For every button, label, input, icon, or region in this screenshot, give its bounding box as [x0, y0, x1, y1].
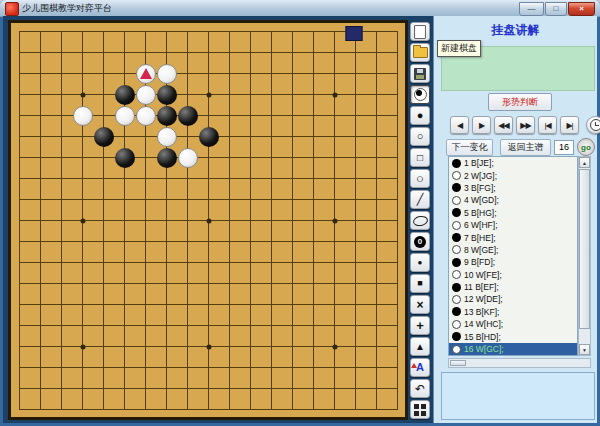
black-stone: [157, 85, 177, 105]
star-point: [332, 92, 337, 97]
move-list-item[interactable]: 5 B[HG];: [449, 207, 577, 219]
next-move-button[interactable]: ▶: [472, 116, 491, 134]
move-label: 9 B[FD];: [464, 257, 495, 267]
letter-a-icon: A: [416, 362, 424, 373]
circle-outline-icon: ○: [416, 172, 424, 185]
star-point: [206, 92, 211, 97]
white-stone-icon: [452, 171, 461, 180]
black-stone-tool[interactable]: ●: [410, 106, 430, 125]
black-stone-icon: [452, 233, 461, 242]
triangle-marker-tool[interactable]: ▲: [410, 337, 430, 356]
black-stone-icon: ●: [417, 110, 424, 121]
white-stone-icon: [452, 270, 461, 279]
circle-marker-tool[interactable]: ○: [410, 169, 430, 188]
new-board-button[interactable]: [410, 22, 430, 41]
horizontal-scroll-thumb[interactable]: [450, 360, 466, 366]
move-list-item[interactable]: 10 W[FE];: [449, 269, 577, 281]
vertical-scroll-thumb[interactable]: [579, 169, 590, 329]
variation-row: 下一变化 返回主谱 go: [446, 138, 595, 156]
move-label: 5 B[HG];: [464, 208, 497, 218]
prev-move-button[interactable]: ◀: [450, 116, 469, 134]
ellipse-tool[interactable]: [410, 211, 430, 230]
open-folder-icon: [413, 47, 428, 58]
move-label: 14 W[HC];: [464, 319, 503, 329]
scroll-up-arrow[interactable]: ▲: [579, 157, 590, 168]
black-stone: [178, 106, 198, 126]
timer-button[interactable]: [586, 116, 600, 134]
white-stone-icon: ○: [417, 131, 424, 142]
fast-back-button[interactable]: ◀◀: [494, 116, 513, 134]
move-label: 16 W[GC];: [464, 344, 504, 354]
cross-marker-tool[interactable]: ×: [410, 295, 430, 314]
white-stone: [73, 106, 93, 126]
move-label: 11 B[EF];: [464, 282, 499, 292]
white-stone: [178, 148, 198, 168]
white-stone-icon: [452, 221, 461, 230]
first-move-button[interactable]: |◀: [538, 116, 557, 134]
move-label: 8 W[GE];: [464, 245, 498, 255]
undo-arrow-icon: ↶: [415, 383, 425, 395]
next-variation-button[interactable]: 下一变化: [446, 139, 493, 156]
move-label: 3 B[FG];: [464, 183, 496, 193]
white-stone: [136, 64, 156, 84]
side-toolbar: ●○□○╱0●■×+▲A↶: [406, 22, 434, 419]
move-list-item[interactable]: 16 W[GC];: [449, 343, 577, 355]
line-tool[interactable]: ╱: [410, 190, 430, 209]
white-stone: [157, 127, 177, 147]
navigation-buttons: ◀▶◀◀▶▶|◀▶|: [450, 116, 600, 134]
move-list-item[interactable]: 12 W[DE];: [449, 293, 577, 305]
black-stone: [115, 148, 135, 168]
move-label: 4 W[GD];: [464, 195, 499, 205]
move-number-tool[interactable]: 0: [410, 232, 430, 251]
move-list-item[interactable]: 3 B[FG];: [449, 182, 577, 194]
white-stone-tool[interactable]: ○: [410, 127, 430, 146]
right-panel: 挂盘讲解 形势判断 ◀▶◀◀▶▶|◀▶| 下一变化 返回主谱 go 1 B[JE…: [433, 16, 597, 423]
star-point: [206, 344, 211, 349]
move-label: 10 W[FE];: [464, 270, 502, 280]
white-stone: [136, 85, 156, 105]
white-stone-icon: [452, 196, 461, 205]
board-zoom-button[interactable]: [410, 400, 430, 419]
white-stone: [136, 106, 156, 126]
four-squares-icon: [414, 404, 426, 416]
black-stone-icon: [452, 208, 461, 217]
star-point: [80, 218, 85, 223]
white-stone-icon: [452, 320, 461, 329]
move-number-input[interactable]: [554, 140, 574, 155]
vertical-scrollbar[interactable]: ▲ ▼: [578, 156, 591, 356]
panel-title: 挂盘讲解: [434, 22, 597, 39]
return-main-line-button[interactable]: 返回主谱: [500, 139, 551, 156]
rect-marker-tool[interactable]: □: [410, 148, 430, 167]
fast-forward-button[interactable]: ▶▶: [516, 116, 535, 134]
move-label: 13 B[KF];: [464, 307, 499, 317]
floppy-icon: [414, 68, 426, 80]
last-move-triangle-marker: [140, 68, 152, 79]
filled-square-icon: ■: [417, 279, 422, 288]
black-stone-icon: [452, 258, 461, 267]
move-list: 1 B[JE];2 W[JG];3 B[FG];4 W[GD];5 B[HG];…: [448, 156, 578, 356]
plus-marker-tool[interactable]: +: [410, 316, 430, 335]
move-list-item[interactable]: 1 B[JE];: [449, 157, 577, 169]
move-list-item[interactable]: 14 W[HC];: [449, 318, 577, 330]
alternate-stone-mode-button[interactable]: [410, 85, 430, 104]
star-point: [80, 92, 85, 97]
move-label: 2 W[JG];: [464, 171, 497, 181]
black-stone: [199, 127, 219, 147]
comment-box: [441, 372, 595, 420]
star-point: [332, 218, 337, 223]
star-point: [332, 344, 337, 349]
undo-button[interactable]: ↶: [410, 379, 430, 398]
ellipse-icon: [412, 214, 429, 226]
window-title: 少儿围棋教学对弈平台: [22, 2, 112, 15]
save-button[interactable]: [410, 64, 430, 83]
app-window: 少儿围棋教学对弈平台 — □ × ●○□○╱0●■×+▲A↶ 挂盘讲解 形势判断…: [0, 0, 600, 426]
app-icon: [5, 2, 19, 16]
star-point: [80, 344, 85, 349]
black-stone-icon: [452, 159, 461, 168]
go-board[interactable]: [8, 20, 408, 420]
black-stone-icon: [452, 283, 461, 292]
white-stone-icon: [452, 345, 461, 354]
star-point: [206, 218, 211, 223]
move-list-item[interactable]: 7 B[HE];: [449, 231, 577, 243]
line-icon: ╱: [417, 194, 424, 205]
black-stone: [115, 85, 135, 105]
last-move-button[interactable]: ▶|: [560, 116, 579, 134]
black-stone: [157, 106, 177, 126]
dot-marker-tool[interactable]: ●: [410, 253, 430, 272]
move-list-item[interactable]: 4 W[GD];: [449, 194, 577, 206]
clock-icon: [590, 119, 600, 131]
open-file-button[interactable]: [410, 43, 430, 62]
move-list-item[interactable]: 11 B[EF];: [449, 281, 577, 293]
white-stone-icon: [452, 295, 461, 304]
scroll-down-arrow[interactable]: ▼: [579, 344, 590, 355]
numbered-stone-icon: 0: [414, 236, 426, 248]
position-judgement-button[interactable]: 形势判断: [488, 93, 552, 111]
black-stone: [157, 148, 177, 168]
alternate-stone-icon: [414, 88, 427, 101]
label-tool[interactable]: A: [410, 358, 430, 377]
white-stone: [157, 64, 177, 84]
move-list-item[interactable]: 9 B[FD];: [449, 256, 577, 268]
new-page-icon: [414, 25, 426, 39]
cross-icon: ×: [416, 299, 423, 311]
close-button[interactable]: ×: [568, 2, 595, 16]
move-label: 15 B[HD];: [464, 332, 501, 342]
small-dot-icon: ●: [418, 259, 423, 267]
tooltip: 新建棋盘: [437, 40, 481, 57]
move-list-item[interactable]: 8 W[GE];: [449, 244, 577, 256]
go-button[interactable]: go: [577, 138, 595, 156]
black-stone-icon: [452, 183, 461, 192]
move-label: 6 W[HF];: [464, 220, 498, 230]
maximize-button[interactable]: □: [545, 2, 567, 16]
move-list-item[interactable]: 13 B[KF];: [449, 306, 577, 318]
move-list-item[interactable]: 2 W[JG];: [449, 169, 577, 181]
triangle-icon: ▲: [415, 342, 425, 352]
white-stone-icon: [452, 245, 461, 254]
white-stone: [115, 106, 135, 126]
square-marker-tool[interactable]: ■: [410, 274, 430, 293]
move-label: 7 B[HE];: [464, 233, 496, 243]
minimize-button[interactable]: —: [519, 2, 544, 16]
client-area: ●○□○╱0●■×+▲A↶ 挂盘讲解 形势判断 ◀▶◀◀▶▶|◀▶| 下一变化 …: [3, 16, 597, 423]
horizontal-scrollbar[interactable]: [448, 358, 591, 368]
black-stone: [94, 127, 114, 147]
move-list-item[interactable]: 15 B[HD];: [449, 330, 577, 342]
window-controls: — □ ×: [519, 2, 595, 16]
move-label: 12 W[DE];: [464, 294, 503, 304]
title-bar: 少儿围棋教学对弈平台 — □ ×: [0, 0, 600, 17]
black-stone-icon: [452, 332, 461, 341]
square-outline-icon: □: [417, 153, 423, 163]
move-list-item[interactable]: 6 W[HF];: [449, 219, 577, 231]
black-stone-icon: [452, 307, 461, 316]
navy-square-marker: [345, 26, 362, 41]
plus-icon: +: [416, 319, 424, 332]
move-label: 1 B[JE];: [464, 158, 494, 168]
